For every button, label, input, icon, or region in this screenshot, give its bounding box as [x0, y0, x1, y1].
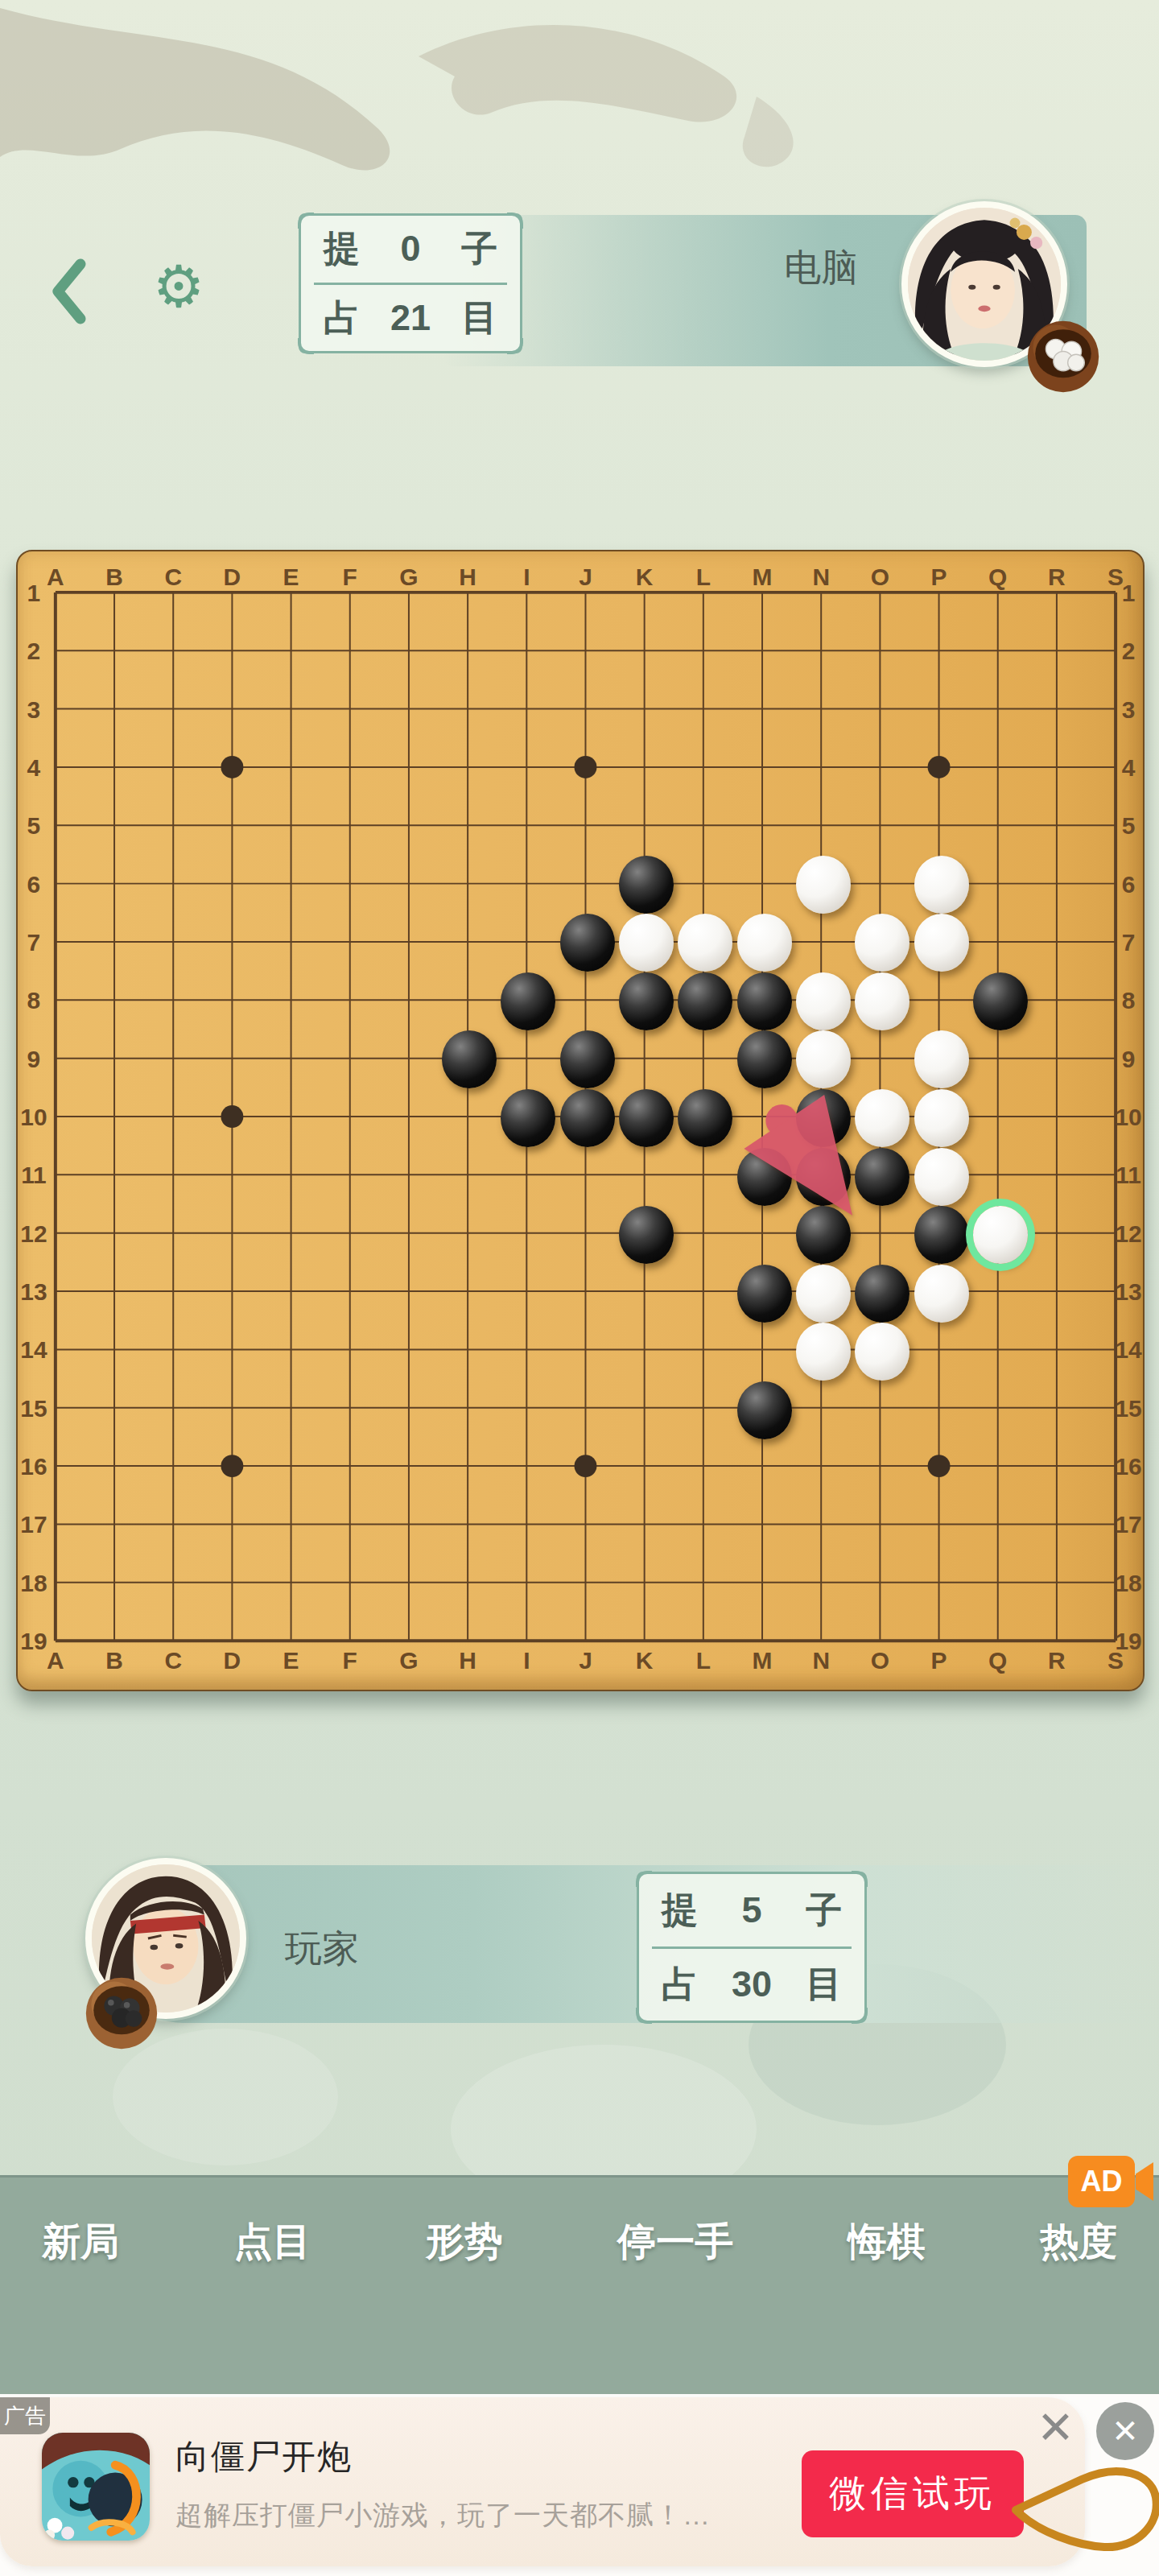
svg-text:O: O: [871, 1647, 889, 1674]
stone-black-K8: [619, 972, 674, 1030]
svg-text:12: 12: [20, 1220, 47, 1247]
stone-white-P7: [914, 914, 969, 972]
svg-text:9: 9: [27, 1046, 41, 1072]
stone-white-N9: [796, 1030, 851, 1088]
svg-text:11: 11: [21, 1162, 47, 1188]
decor-corner: [298, 338, 314, 354]
ad-tag-top: 广告: [0, 2397, 50, 2434]
svg-text:16: 16: [1115, 1453, 1141, 1480]
svg-text:M: M: [753, 1647, 773, 1674]
white-stone-bowl: [1025, 319, 1101, 394]
stone-black-M15: [737, 1381, 792, 1439]
stone-black-L10: [678, 1089, 732, 1147]
capture-label: 提: [324, 225, 360, 273]
stone-white-P10: [914, 1089, 969, 1147]
svg-text:S: S: [1107, 563, 1124, 590]
computer-score-box: 提 0 子 占 21 目: [299, 213, 522, 353]
stone-black-O13: [855, 1265, 909, 1323]
computer-name: 电脑: [708, 243, 934, 293]
svg-text:L: L: [696, 563, 711, 590]
svg-text:4: 4: [27, 754, 41, 781]
stone-black-M11: [737, 1148, 792, 1206]
svg-text:13: 13: [1115, 1278, 1141, 1305]
svg-text:D: D: [224, 563, 241, 590]
svg-text:Q: Q: [988, 563, 1007, 590]
stone-black-H9: [442, 1030, 497, 1088]
territory-label: 占: [662, 1960, 698, 2008]
svg-text:J: J: [579, 563, 592, 590]
stone-white-O8: [855, 972, 909, 1030]
capture-label: 提: [662, 1886, 698, 1934]
stone-black-J9: [560, 1030, 615, 1088]
svg-text:F: F: [343, 1647, 357, 1674]
decor-corner: [636, 1871, 652, 1887]
menu-items: 新局点目形势停一手悔棋热度: [0, 2216, 1159, 2268]
svg-text:K: K: [636, 1647, 654, 1674]
stone-white-P9: [914, 1030, 969, 1088]
svg-text:I: I: [523, 563, 530, 590]
svg-text:8: 8: [27, 987, 41, 1013]
svg-text:5: 5: [1122, 812, 1136, 839]
decor-corner: [636, 2008, 652, 2024]
ad-title: 向僵尸开炮: [175, 2434, 353, 2479]
svg-text:6: 6: [1122, 871, 1136, 898]
ad-close-icon[interactable]: ✕: [1037, 2405, 1074, 2450]
svg-text:I: I: [523, 1647, 530, 1674]
svg-text:C: C: [164, 563, 182, 590]
ad-video-badge[interactable]: AD: [1068, 2156, 1135, 2207]
capture-value: 5: [741, 1889, 761, 1931]
settings-button[interactable]: ⚙: [146, 253, 211, 320]
gold-circle-doodle: [1008, 2454, 1159, 2563]
svg-text:10: 10: [20, 1104, 47, 1130]
stone-black-J10: [560, 1089, 615, 1147]
stone-black-J7: [560, 914, 615, 972]
svg-text:B: B: [105, 563, 123, 590]
black-stone-bowl: [84, 1975, 159, 2051]
svg-text:11: 11: [1116, 1162, 1141, 1188]
stone-black-M13: [737, 1265, 792, 1323]
territory-value: 30: [732, 1963, 772, 2005]
territory-unit: 目: [461, 294, 497, 342]
stone-black-M9: [737, 1030, 792, 1088]
stone-black-O11: [855, 1148, 909, 1206]
stone-black-Q8: [973, 972, 1028, 1030]
go-board[interactable]: AABBCCDDEEFFGGHHIIJJKKLLMMNNOOPPQQRRSS11…: [16, 550, 1145, 1691]
svg-text:S: S: [1107, 1647, 1124, 1674]
ad-app-icon[interactable]: [42, 2433, 150, 2541]
player-score-box: 提 5 子 占 30 目: [637, 1872, 867, 2023]
gear-icon: ⚙: [153, 254, 205, 319]
svg-text:17: 17: [20, 1511, 47, 1538]
svg-text:M: M: [753, 563, 773, 590]
svg-text:D: D: [224, 1647, 241, 1674]
ad-badge-label: AD: [1081, 2165, 1123, 2198]
stone-black-M8: [737, 972, 792, 1030]
svg-text:R: R: [1048, 563, 1066, 590]
territory-unit: 目: [806, 1960, 842, 2008]
svg-text:1: 1: [1122, 580, 1136, 606]
stone-white-M7: [737, 914, 792, 972]
capture-value: 0: [400, 228, 420, 270]
stone-black-I8: [501, 972, 555, 1030]
svg-text:P: P: [931, 1647, 947, 1674]
stone-black-I10: [501, 1089, 555, 1147]
svg-text:10: 10: [1115, 1104, 1141, 1130]
computer-captures-row: 提 0 子: [301, 216, 520, 283]
back-chevron-icon: [58, 264, 80, 319]
stone-black-P12: [914, 1206, 969, 1264]
stone-white-O14: [855, 1323, 909, 1381]
player-captures-row: 提 5 子: [639, 1874, 864, 1946]
player-territory-row: 占 30 目: [639, 1949, 864, 2021]
menu-item-6[interactable]: 热度: [1040, 2216, 1117, 2268]
svg-text:2: 2: [1122, 638, 1136, 664]
svg-text:G: G: [399, 1647, 418, 1674]
svg-text:3: 3: [1122, 696, 1136, 723]
svg-text:14: 14: [1115, 1336, 1142, 1363]
ad-subtitle: 超解压打僵尸小游戏，玩了一天都不腻！…: [175, 2497, 711, 2534]
svg-text:12: 12: [1115, 1220, 1141, 1247]
close-icon: ✕: [1112, 2413, 1139, 2450]
decor-corner: [507, 213, 523, 229]
ad-banner-card[interactable]: 广告 向僵尸开炮 超解压打僵尸小游戏，玩了一天都不腻！… 微信试玩 ✕ 广告: [0, 2397, 1085, 2566]
stone-black-K6: [619, 856, 674, 914]
svg-text:17: 17: [1115, 1511, 1141, 1538]
svg-text:13: 13: [20, 1278, 47, 1305]
stone-white-N6: [796, 856, 851, 914]
svg-text:P: P: [931, 563, 947, 590]
svg-text:R: R: [1048, 1647, 1066, 1674]
computer-territory-row: 占 21 目: [301, 285, 520, 352]
stone-white-O10: [855, 1089, 909, 1147]
stone-white-O7: [855, 914, 909, 972]
svg-text:B: B: [105, 1647, 123, 1674]
svg-text:J: J: [579, 1647, 592, 1674]
svg-text:5: 5: [27, 812, 41, 839]
svg-text:K: K: [636, 563, 654, 590]
svg-text:N: N: [812, 563, 830, 590]
capture-unit: 子: [461, 225, 497, 273]
stone-black-K12: [619, 1206, 674, 1264]
svg-text:4: 4: [1122, 754, 1136, 781]
stone-white-N13: [796, 1265, 851, 1323]
stone-white-L7: [678, 914, 732, 972]
stone-black-N12: [796, 1206, 851, 1264]
ad-close-circle-button[interactable]: ✕: [1096, 2402, 1154, 2460]
svg-text:15: 15: [20, 1395, 47, 1422]
decor-corner: [298, 213, 314, 229]
stone-white-P13: [914, 1265, 969, 1323]
svg-text:H: H: [459, 563, 476, 590]
svg-text:7: 7: [1122, 929, 1136, 956]
menu-item-1[interactable]: 新局: [42, 2216, 119, 2268]
stone-black-N11: [796, 1148, 851, 1206]
svg-text:L: L: [696, 1647, 711, 1674]
stone-black-L8: [678, 972, 732, 1030]
svg-text:O: O: [871, 563, 889, 590]
svg-text:F: F: [343, 563, 357, 590]
menu-item-2[interactable]: 点目: [233, 2216, 311, 2268]
svg-text:H: H: [459, 1647, 476, 1674]
stone-white-P11: [914, 1148, 969, 1206]
stone-white-N8: [796, 972, 851, 1030]
capture-unit: 子: [806, 1886, 842, 1934]
svg-text:18: 18: [20, 1570, 47, 1596]
svg-text:E: E: [283, 563, 299, 590]
svg-text:G: G: [399, 563, 418, 590]
svg-text:E: E: [283, 1647, 299, 1674]
stone-white-P6: [914, 856, 969, 914]
svg-text:7: 7: [27, 929, 41, 956]
player-name: 玩家: [241, 1924, 402, 1974]
svg-text:1: 1: [27, 580, 41, 606]
stone-white-Q12: [973, 1206, 1028, 1264]
territory-value: 21: [390, 297, 431, 339]
svg-text:Q: Q: [988, 1647, 1007, 1674]
svg-text:19: 19: [1115, 1628, 1141, 1654]
menu-item-3[interactable]: 形势: [426, 2216, 503, 2268]
svg-text:16: 16: [20, 1453, 47, 1480]
svg-text:9: 9: [1122, 1046, 1136, 1072]
svg-text:A: A: [47, 1647, 64, 1674]
back-button[interactable]: [47, 258, 92, 325]
ad-app-icon-art: [42, 2433, 150, 2541]
svg-text:3: 3: [27, 696, 41, 723]
svg-text:19: 19: [20, 1628, 47, 1654]
stone-white-K7: [619, 914, 674, 972]
stone-white-N14: [796, 1323, 851, 1381]
svg-text:A: A: [47, 563, 64, 590]
svg-text:2: 2: [27, 638, 41, 664]
svg-text:C: C: [164, 1647, 182, 1674]
menu-item-5[interactable]: 悔棋: [848, 2216, 926, 2268]
svg-text:14: 14: [20, 1336, 47, 1363]
svg-text:18: 18: [1115, 1570, 1141, 1596]
svg-text:15: 15: [1115, 1395, 1141, 1422]
svg-text:N: N: [812, 1647, 830, 1674]
svg-text:8: 8: [1122, 987, 1136, 1013]
ad-cta-button[interactable]: 微信试玩: [802, 2450, 1024, 2537]
stone-black-K10: [619, 1089, 674, 1147]
territory-label: 占: [324, 294, 360, 342]
background-blob: [113, 2029, 338, 2165]
svg-text:6: 6: [27, 871, 41, 898]
menu-item-4[interactable]: 停一手: [617, 2216, 733, 2268]
stone-black-N10: [796, 1089, 851, 1147]
decor-corner: [852, 1871, 868, 1887]
